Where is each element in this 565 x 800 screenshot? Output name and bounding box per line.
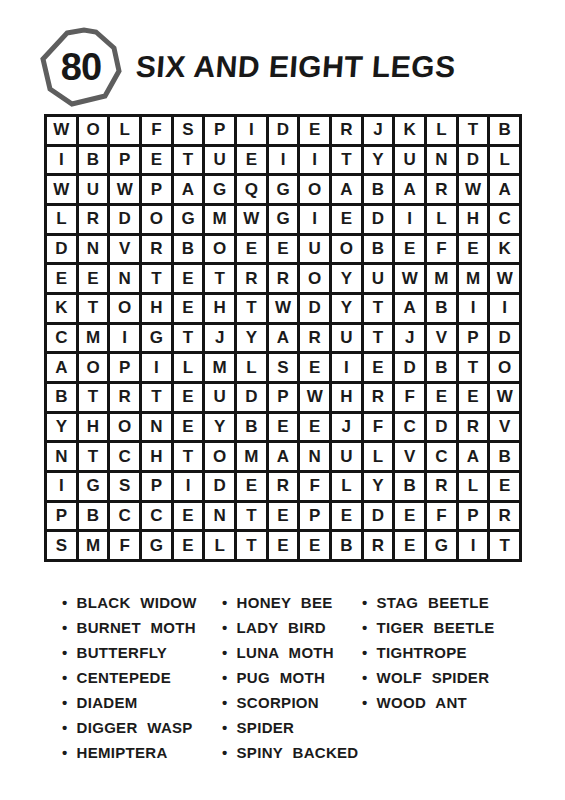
grid-cell[interactable]: W <box>47 176 76 203</box>
bullet-icon: • <box>362 645 368 660</box>
grid-cell[interactable]: A <box>490 176 519 203</box>
grid-cell[interactable]: W <box>490 265 519 292</box>
bullet-icon: • <box>62 670 68 685</box>
grid-cell[interactable]: C <box>427 443 456 470</box>
grid-cell[interactable]: D <box>364 503 393 530</box>
grid-cell[interactable]: N <box>205 503 234 530</box>
grid-cell[interactable]: U <box>364 265 393 292</box>
grid-cell[interactable]: Y <box>332 265 361 292</box>
grid-cell[interactable]: I <box>459 295 488 322</box>
grid-cell[interactable]: P <box>300 503 329 530</box>
grid-cell[interactable]: B <box>364 176 393 203</box>
grid-cell[interactable]: G <box>142 532 171 559</box>
grid-cell[interactable]: I <box>332 354 361 381</box>
grid-cell[interactable]: W <box>237 206 266 233</box>
grid-cell[interactable]: I <box>47 147 76 174</box>
grid-cell[interactable]: W <box>47 117 76 144</box>
word-list-item: •TIGHTROPE <box>362 640 495 665</box>
grid-cell[interactable]: R <box>300 325 329 352</box>
grid-cell[interactable]: R <box>110 384 139 411</box>
word-label: BLACK WIDOW <box>77 594 197 611</box>
grid-cell[interactable]: E <box>174 532 203 559</box>
grid-cell[interactable]: B <box>395 473 424 500</box>
word-list-item: •BUTTERFLY <box>62 640 197 665</box>
grid-cell[interactable]: U <box>332 325 361 352</box>
grid-cell[interactable]: L <box>205 532 234 559</box>
grid-cell[interactable]: R <box>269 473 298 500</box>
grid-cell[interactable]: B <box>237 414 266 441</box>
grid-cell[interactable]: E <box>332 503 361 530</box>
word-label: TIGER BEETLE <box>377 619 495 636</box>
grid-cell[interactable]: T <box>459 354 488 381</box>
word-list-item: •BLACK WIDOW <box>62 590 197 615</box>
grid-cell[interactable]: R <box>269 265 298 292</box>
grid-cell[interactable]: W <box>110 176 139 203</box>
grid-cell[interactable]: K <box>490 236 519 263</box>
bullet-icon: • <box>62 745 68 760</box>
grid-cell[interactable]: E <box>459 384 488 411</box>
grid-cell[interactable]: T <box>79 443 108 470</box>
grid-cell[interactable]: W <box>395 265 424 292</box>
bullet-icon: • <box>62 620 68 635</box>
grid-cell[interactable]: I <box>459 532 488 559</box>
word-search-grid: WOLFSPIDERJKLTBIBPETUEIITYUNDLWUWPAGQGOA… <box>44 114 522 562</box>
grid-cell[interactable]: A <box>395 176 424 203</box>
grid-cell[interactable]: C <box>395 414 424 441</box>
grid-cell[interactable]: I <box>269 147 298 174</box>
grid-cell[interactable]: D <box>205 473 234 500</box>
word-list-item: •WOOD ANT <box>362 690 495 715</box>
grid-cell[interactable]: L <box>364 443 393 470</box>
word-list-item: •SPINY BACKED <box>222 740 359 765</box>
word-label: CENTEPEDE <box>77 669 171 686</box>
grid-cell[interactable]: O <box>110 414 139 441</box>
grid-cell[interactable]: O <box>332 236 361 263</box>
grid-cell[interactable]: E <box>395 532 424 559</box>
grid-cell[interactable]: D <box>427 414 456 441</box>
grid-cell[interactable]: J <box>364 117 393 144</box>
bullet-icon: • <box>362 670 368 685</box>
bullet-icon: • <box>222 595 228 610</box>
word-list-item: •WOLF SPIDER <box>362 665 495 690</box>
grid-cell[interactable]: U <box>332 443 361 470</box>
grid-cell[interactable]: M <box>79 532 108 559</box>
grid-cell[interactable]: R <box>237 265 266 292</box>
grid-cell[interactable]: E <box>174 295 203 322</box>
grid-cell[interactable]: C <box>142 503 171 530</box>
grid-cell[interactable]: H <box>142 295 171 322</box>
word-list-item: •BURNET MOTH <box>62 615 197 640</box>
grid-cell[interactable]: P <box>142 176 171 203</box>
grid-cell[interactable]: M <box>79 325 108 352</box>
grid-cell[interactable]: E <box>300 414 329 441</box>
grid-cell[interactable]: R <box>427 473 456 500</box>
grid-cell[interactable]: L <box>47 206 76 233</box>
grid-cell[interactable]: G <box>427 532 456 559</box>
grid-cell[interactable]: N <box>142 414 171 441</box>
word-label: DIGGER WASP <box>77 719 193 736</box>
grid-cell[interactable]: B <box>427 295 456 322</box>
grid-cell[interactable]: E <box>237 236 266 263</box>
grid-cell[interactable]: P <box>269 384 298 411</box>
grid-cell[interactable]: D <box>490 325 519 352</box>
grid-cell[interactable]: A <box>332 176 361 203</box>
grid-cell[interactable]: W <box>269 295 298 322</box>
grid-cell[interactable]: T <box>174 325 203 352</box>
bullet-icon: • <box>222 670 228 685</box>
grid-cell[interactable]: E <box>269 414 298 441</box>
word-label: LADY BIRD <box>237 619 326 636</box>
grid-cell[interactable]: F <box>364 414 393 441</box>
bullet-icon: • <box>222 720 228 735</box>
grid-cell[interactable]: T <box>142 384 171 411</box>
grid-cell[interactable]: D <box>110 206 139 233</box>
grid-cell[interactable]: E <box>364 354 393 381</box>
grid-cell[interactable]: E <box>332 206 361 233</box>
grid-cell[interactable]: L <box>174 354 203 381</box>
grid-cell[interactable]: A <box>395 295 424 322</box>
page-title: SIX AND EIGHT LEGS <box>135 50 457 84</box>
grid-cell[interactable]: I <box>174 473 203 500</box>
grid-cell[interactable]: J <box>205 325 234 352</box>
grid-cell[interactable]: C <box>110 503 139 530</box>
grid-cell[interactable]: H <box>142 443 171 470</box>
grid-cell[interactable]: S <box>47 532 76 559</box>
grid-cell[interactable]: C <box>110 443 139 470</box>
word-label: PUG MOTH <box>237 669 325 686</box>
grid-cell[interactable]: O <box>300 176 329 203</box>
grid-cell[interactable]: I <box>237 117 266 144</box>
grid-cell[interactable]: R <box>364 384 393 411</box>
word-list-item: •CENTEPEDE <box>62 665 197 690</box>
grid-cell[interactable]: I <box>110 325 139 352</box>
grid-cell[interactable]: D <box>459 147 488 174</box>
word-label: WOLF SPIDER <box>377 669 490 686</box>
word-label: BURNET MOTH <box>77 619 196 636</box>
word-label: TIGHTROPE <box>377 644 467 661</box>
grid-cell[interactable]: I <box>300 147 329 174</box>
grid-cell[interactable]: R <box>142 236 171 263</box>
grid-cell[interactable]: T <box>237 503 266 530</box>
puzzle-number: 80 <box>40 26 122 108</box>
grid-cell[interactable]: W <box>490 384 519 411</box>
grid-cell[interactable]: B <box>79 147 108 174</box>
grid-cell[interactable]: I <box>47 473 76 500</box>
grid-cell[interactable]: F <box>142 117 171 144</box>
grid-cell[interactable]: T <box>142 265 171 292</box>
grid-cell[interactable]: P <box>459 503 488 530</box>
grid-cell[interactable]: S <box>110 473 139 500</box>
word-list-item: •TIGER BEETLE <box>362 615 495 640</box>
bullet-icon: • <box>362 620 368 635</box>
grid-cell[interactable]: P <box>110 147 139 174</box>
word-label: STAG BEETLE <box>377 594 489 611</box>
grid-cell[interactable]: A <box>47 354 76 381</box>
grid-cell[interactable]: B <box>490 443 519 470</box>
grid-cell[interactable]: A <box>459 443 488 470</box>
grid-cell[interactable]: N <box>300 443 329 470</box>
grid-cell[interactable]: T <box>174 443 203 470</box>
word-list-column-1: •BLACK WIDOW•BURNET MOTH•BUTTERFLY•CENTE… <box>62 590 197 765</box>
grid-cell[interactable]: V <box>490 414 519 441</box>
grid-cell[interactable]: N <box>110 265 139 292</box>
grid-cell[interactable]: L <box>427 117 456 144</box>
grid-cell[interactable]: E <box>237 147 266 174</box>
grid-cell[interactable]: J <box>395 325 424 352</box>
grid-cell[interactable]: O <box>490 354 519 381</box>
grid-cell[interactable]: E <box>174 265 203 292</box>
grid-cell[interactable]: U <box>395 147 424 174</box>
word-label: HONEY BEE <box>237 594 333 611</box>
grid-cell[interactable]: O <box>300 265 329 292</box>
grid-cell[interactable]: C <box>47 325 76 352</box>
grid-cell[interactable]: K <box>395 117 424 144</box>
grid-cell[interactable]: S <box>174 117 203 144</box>
word-list-column-3: •STAG BEETLE•TIGER BEETLE•TIGHTROPE•WOLF… <box>362 590 495 715</box>
grid-cell[interactable]: P <box>459 325 488 352</box>
grid-cell[interactable]: G <box>142 325 171 352</box>
word-label: SPINY BACKED <box>237 744 359 761</box>
word-label: BUTTERFLY <box>77 644 167 661</box>
grid-cell[interactable]: F <box>395 384 424 411</box>
grid-cell[interactable]: R <box>459 414 488 441</box>
grid-cell[interactable]: F <box>110 532 139 559</box>
grid-cell[interactable]: H <box>79 414 108 441</box>
grid-cell[interactable]: W <box>459 176 488 203</box>
grid-cell[interactable]: G <box>205 176 234 203</box>
grid-cell[interactable]: M <box>205 354 234 381</box>
grid-cell[interactable]: E <box>459 236 488 263</box>
page-header: 80 SIX AND EIGHT LEGS <box>40 26 456 108</box>
grid-cell[interactable]: M <box>237 443 266 470</box>
grid-cell[interactable]: R <box>490 503 519 530</box>
grid-cell[interactable]: F <box>300 473 329 500</box>
grid-cell[interactable]: T <box>364 295 393 322</box>
grid-cell[interactable]: O <box>110 295 139 322</box>
word-label: LUNA MOTH <box>237 644 334 661</box>
word-list-item: •LUNA MOTH <box>222 640 359 665</box>
grid-cell[interactable]: A <box>174 176 203 203</box>
grid-cell[interactable]: E <box>174 414 203 441</box>
grid-cell[interactable]: P <box>47 503 76 530</box>
grid-cell[interactable]: R <box>364 532 393 559</box>
grid-cell[interactable]: E <box>300 532 329 559</box>
grid-cell[interactable]: E <box>47 265 76 292</box>
grid-cell[interactable]: G <box>269 206 298 233</box>
grid-cell[interactable]: E <box>269 503 298 530</box>
grid-cell[interactable]: B <box>427 354 456 381</box>
grid-cell[interactable]: D <box>269 117 298 144</box>
grid-cell[interactable]: L <box>237 354 266 381</box>
bullet-icon: • <box>62 645 68 660</box>
grid-cell[interactable]: L <box>427 206 456 233</box>
grid-cell[interactable]: N <box>427 147 456 174</box>
grid-cell[interactable]: E <box>237 473 266 500</box>
grid-cell[interactable]: Y <box>205 414 234 441</box>
grid-cell[interactable]: V <box>427 325 456 352</box>
grid-cell[interactable]: I <box>395 206 424 233</box>
grid-cell[interactable]: B <box>47 384 76 411</box>
bullet-icon: • <box>362 595 368 610</box>
grid-cell[interactable]: F <box>427 503 456 530</box>
grid-cell[interactable]: T <box>364 325 393 352</box>
grid-cell[interactable]: D <box>47 236 76 263</box>
puzzle-number-badge: 80 <box>40 26 122 108</box>
bullet-icon: • <box>222 645 228 660</box>
bullet-icon: • <box>62 720 68 735</box>
grid-cell[interactable]: T <box>490 532 519 559</box>
grid-cell[interactable]: Y <box>364 147 393 174</box>
grid-cell[interactable]: H <box>332 384 361 411</box>
grid-cell[interactable]: F <box>427 236 456 263</box>
grid-cell[interactable]: H <box>459 206 488 233</box>
bullet-icon: • <box>62 695 68 710</box>
grid-cell[interactable]: E <box>300 354 329 381</box>
grid-cell[interactable]: U <box>79 176 108 203</box>
grid-cell[interactable]: D <box>300 295 329 322</box>
word-list-item: •HEMIPTERA <box>62 740 197 765</box>
bullet-icon: • <box>222 620 228 635</box>
grid-cell[interactable]: Y <box>332 295 361 322</box>
grid-cell[interactable]: O <box>142 206 171 233</box>
grid-cell[interactable]: V <box>395 443 424 470</box>
grid-cell[interactable]: J <box>332 414 361 441</box>
grid-cell[interactable]: E <box>269 532 298 559</box>
grid-cell[interactable]: M <box>205 206 234 233</box>
grid-cell[interactable]: E <box>174 384 203 411</box>
grid-cell[interactable]: T <box>332 147 361 174</box>
grid-cell[interactable]: V <box>110 236 139 263</box>
grid-cell[interactable]: Y <box>47 414 76 441</box>
grid-cell[interactable]: B <box>79 503 108 530</box>
word-label: SCORPION <box>237 694 319 711</box>
grid-cell[interactable]: O <box>79 117 108 144</box>
word-label: SPIDER <box>237 719 295 736</box>
grid-cell[interactable]: Y <box>364 473 393 500</box>
grid-cell[interactable]: N <box>79 236 108 263</box>
grid-cell[interactable]: T <box>237 532 266 559</box>
grid-cell[interactable]: K <box>47 295 76 322</box>
word-list-item: •SPIDER <box>222 715 359 740</box>
grid-cell[interactable]: I <box>490 295 519 322</box>
grid-cell[interactable]: H <box>205 295 234 322</box>
word-list-item: •LADY BIRD <box>222 615 359 640</box>
grid-cell[interactable]: L <box>490 147 519 174</box>
bullet-icon: • <box>62 595 68 610</box>
grid-cell[interactable]: T <box>237 295 266 322</box>
grid-cell[interactable]: O <box>79 354 108 381</box>
grid-cell[interactable]: B <box>332 532 361 559</box>
grid-cell[interactable]: E <box>395 503 424 530</box>
word-list-column-2: •HONEY BEE•LADY BIRD•LUNA MOTH•PUG MOTH•… <box>222 590 359 765</box>
grid-cell[interactable]: U <box>205 147 234 174</box>
grid-cell[interactable]: T <box>174 147 203 174</box>
word-list-item: •DIADEM <box>62 690 197 715</box>
grid-cell[interactable]: U <box>205 384 234 411</box>
grid-cell[interactable]: S <box>269 354 298 381</box>
grid-cell[interactable]: E <box>490 473 519 500</box>
grid-cell[interactable]: P <box>142 473 171 500</box>
grid-cell[interactable]: D <box>364 206 393 233</box>
word-label: HEMIPTERA <box>77 744 168 761</box>
grid-cell[interactable]: R <box>79 206 108 233</box>
word-list-item: •HONEY BEE <box>222 590 359 615</box>
bullet-icon: • <box>222 695 228 710</box>
grid-cell[interactable]: I <box>300 206 329 233</box>
puzzle-page: 80 SIX AND EIGHT LEGS WOLFSPIDERJKLTBIBP… <box>0 0 565 800</box>
grid-cell[interactable]: T <box>79 295 108 322</box>
grid-cell[interactable]: P <box>110 354 139 381</box>
grid-cell[interactable]: B <box>490 117 519 144</box>
grid-cell[interactable]: B <box>364 236 393 263</box>
word-list-item: •SCORPION <box>222 690 359 715</box>
grid-cell[interactable]: G <box>79 473 108 500</box>
grid-cell[interactable]: G <box>269 176 298 203</box>
grid-cell[interactable]: L <box>332 473 361 500</box>
grid-cell[interactable]: O <box>205 236 234 263</box>
grid-cell[interactable]: E <box>174 503 203 530</box>
grid-cell[interactable]: C <box>490 206 519 233</box>
word-list-item: •PUG MOTH <box>222 665 359 690</box>
grid-cell[interactable]: M <box>427 265 456 292</box>
word-label: WOOD ANT <box>377 694 467 711</box>
grid-cell[interactable]: N <box>47 443 76 470</box>
grid-cell[interactable]: Q <box>237 176 266 203</box>
grid-cell[interactable]: D <box>237 384 266 411</box>
grid-cell[interactable]: W <box>300 384 329 411</box>
grid-cell[interactable]: U <box>300 236 329 263</box>
grid-cell[interactable]: E <box>269 236 298 263</box>
bullet-icon: • <box>362 695 368 710</box>
grid-cell[interactable]: E <box>142 147 171 174</box>
grid-cell[interactable]: E <box>79 265 108 292</box>
grid-cell[interactable]: T <box>205 265 234 292</box>
grid-cell[interactable]: E <box>427 384 456 411</box>
grid-cell[interactable]: E <box>300 117 329 144</box>
grid-cell[interactable]: G <box>174 206 203 233</box>
grid-cell[interactable]: R <box>427 176 456 203</box>
grid-cell[interactable]: E <box>395 236 424 263</box>
grid-cell[interactable]: I <box>142 354 171 381</box>
word-list-item: •STAG BEETLE <box>362 590 495 615</box>
grid-cell[interactable]: L <box>110 117 139 144</box>
grid-cell[interactable]: T <box>459 117 488 144</box>
grid-cell[interactable]: B <box>174 236 203 263</box>
grid-cell[interactable]: Y <box>237 325 266 352</box>
grid-cell[interactable]: R <box>332 117 361 144</box>
bullet-icon: • <box>222 745 228 760</box>
word-list-item: •DIGGER WASP <box>62 715 197 740</box>
grid-cell[interactable]: T <box>79 384 108 411</box>
grid-cell[interactable]: A <box>269 325 298 352</box>
grid-cell[interactable]: A <box>269 443 298 470</box>
word-label: DIADEM <box>77 694 138 711</box>
grid-cell[interactable]: D <box>395 354 424 381</box>
grid-cell[interactable]: L <box>459 473 488 500</box>
grid-cell[interactable]: O <box>205 443 234 470</box>
grid-cell[interactable]: M <box>459 265 488 292</box>
grid-cell[interactable]: P <box>205 117 234 144</box>
